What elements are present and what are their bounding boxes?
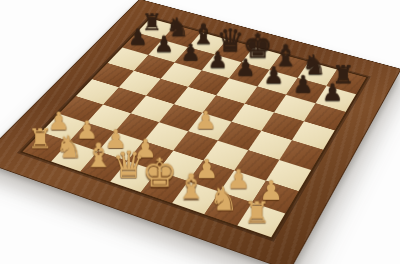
board-grid: ♜♞♝♛♚♝♞♜♟♟♟♟♟♟♟♟♟♟♟♟♟♟♟♟♜♞♝♛♚♝♞♜ — [23, 18, 366, 237]
square-c1: ♝ — [80, 151, 127, 182]
square-g6 — [274, 95, 315, 121]
square-a1: ♜ — [23, 132, 70, 161]
piece-black-knight: ♞ — [302, 51, 327, 79]
piece-black-rook: ♜ — [332, 62, 355, 87]
square-c4 — [131, 96, 174, 123]
scene: ♜♞♝♛♚♝♞♜♟♟♟♟♟♟♟♟♟♟♟♟♟♟♟♟♜♞♝♛♚♝♞♜ — [0, 0, 400, 264]
square-e4: ♟ — [188, 113, 231, 141]
chessboard-photo: ♜♞♝♛♚♝♞♜♟♟♟♟♟♟♟♟♟♟♟♟♟♟♟♟♜♞♝♛♚♝♞♜ — [0, 0, 400, 264]
square-e5 — [202, 95, 244, 122]
piece-black-rook: ♜ — [141, 10, 162, 33]
square-g7: ♟ — [286, 78, 326, 103]
square-a3 — [59, 96, 103, 123]
chess-board: ♜♞♝♛♚♝♞♜♟♟♟♟♟♟♟♟♟♟♟♟♟♟♟♟♜♞♝♛♚♝♞♜ — [0, 0, 400, 264]
